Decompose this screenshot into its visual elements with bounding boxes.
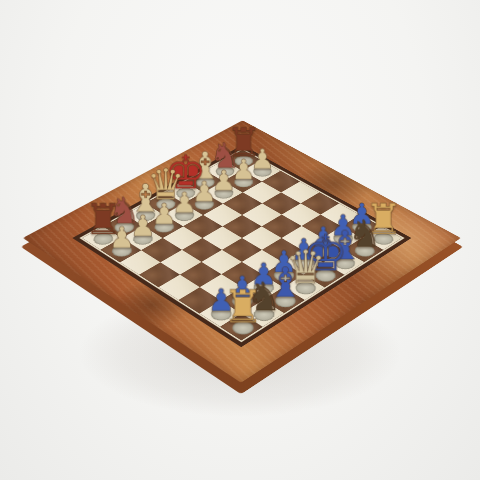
chessboard: ♜♞♝♛♚♝♞♜♟♟♟♟♟♟♟♟♟♟♟♟♟♟♟♟♜♞♝♛♚♝♞♜ [23,120,461,382]
board-perspective: ♜♞♝♛♚♝♞♜♟♟♟♟♟♟♟♟♟♟♟♟♟♟♟♟♜♞♝♛♚♝♞♜ [0,0,480,480]
product-photo-scene: ♜♞♝♛♚♝♞♜♟♟♟♟♟♟♟♟♟♟♟♟♟♟♟♟♜♞♝♛♚♝♞♜ [0,0,480,480]
piece-red-crusader-pawn-a7[interactable]: ♟ [109,223,135,252]
piece-blue-saracen-rook-a1[interactable]: ♜ [223,285,263,330]
